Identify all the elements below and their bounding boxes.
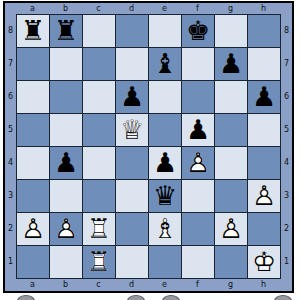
rank-label-5: 5 bbox=[281, 113, 292, 146]
square-h3[interactable]: ♟♙ bbox=[248, 180, 280, 212]
white-rook-outline: ♖ bbox=[83, 213, 115, 245]
square-f7[interactable] bbox=[182, 48, 214, 80]
square-b1[interactable] bbox=[50, 246, 82, 278]
rank-label-2: 2 bbox=[281, 212, 292, 245]
rank-label-6: 6 bbox=[5, 80, 16, 113]
white-rook[interactable]: ♜♖ bbox=[83, 246, 115, 278]
square-d4[interactable] bbox=[116, 147, 148, 179]
square-h6[interactable]: ♟ bbox=[248, 81, 280, 113]
square-a6[interactable] bbox=[17, 81, 49, 113]
file-label-g: g bbox=[214, 3, 247, 14]
square-g8[interactable] bbox=[215, 15, 247, 47]
file-label-a: a bbox=[16, 279, 49, 291]
file-label-c: c bbox=[82, 3, 115, 14]
file-label-d: d bbox=[115, 279, 148, 291]
square-b7[interactable] bbox=[50, 48, 82, 80]
chess-app-page: abcdefgh 87654321 ♜♜♚♝♟♟♟♛♕♟♟♟♟♙♛♟♙♟♙♟♙♜… bbox=[0, 0, 300, 300]
white-king-outline: ♔ bbox=[248, 246, 280, 278]
rank-label-3: 3 bbox=[5, 179, 16, 212]
rank-label-6: 6 bbox=[281, 80, 292, 113]
frame-corner bbox=[280, 279, 291, 291]
square-e1[interactable] bbox=[149, 246, 181, 278]
square-a4[interactable] bbox=[17, 147, 49, 179]
square-e8[interactable] bbox=[149, 15, 181, 47]
square-a7[interactable] bbox=[17, 48, 49, 80]
square-d7[interactable] bbox=[116, 48, 148, 80]
tray-oval-3 bbox=[162, 295, 180, 300]
file-label-e: e bbox=[148, 279, 181, 291]
file-label-e: e bbox=[148, 3, 181, 14]
file-label-b: b bbox=[49, 3, 82, 14]
white-pawn-outline: ♙ bbox=[182, 147, 214, 179]
rank-label-7: 7 bbox=[5, 47, 16, 80]
file-labels-top: abcdefgh bbox=[5, 3, 292, 14]
file-label-f: f bbox=[181, 279, 214, 291]
square-b4[interactable]: ♟ bbox=[50, 147, 82, 179]
square-g4[interactable] bbox=[215, 147, 247, 179]
square-e3[interactable]: ♛ bbox=[149, 180, 181, 212]
square-h8[interactable] bbox=[248, 15, 280, 47]
black-rook[interactable]: ♜ bbox=[17, 15, 49, 47]
square-c4[interactable] bbox=[83, 147, 115, 179]
square-g7[interactable]: ♟ bbox=[215, 48, 247, 80]
square-c6[interactable] bbox=[83, 81, 115, 113]
file-label-g: g bbox=[214, 279, 247, 291]
square-h4[interactable] bbox=[248, 147, 280, 179]
white-rook-outline: ♖ bbox=[83, 246, 115, 278]
frame-corner bbox=[5, 3, 16, 14]
rank-label-4: 4 bbox=[5, 146, 16, 179]
white-bishop-outline: ♗ bbox=[149, 213, 181, 245]
black-pawn[interactable]: ♟ bbox=[50, 147, 82, 179]
white-pawn-outline: ♙ bbox=[50, 213, 82, 245]
square-d2[interactable] bbox=[116, 213, 148, 245]
square-f8[interactable]: ♚ bbox=[182, 15, 214, 47]
square-h5[interactable] bbox=[248, 114, 280, 146]
square-h1[interactable]: ♚♔ bbox=[248, 246, 280, 278]
chess-board-frame: abcdefgh 87654321 ♜♜♚♝♟♟♟♛♕♟♟♟♟♙♛♟♙♟♙♟♙♜… bbox=[3, 1, 294, 293]
white-pawn-outline: ♙ bbox=[215, 213, 247, 245]
black-bishop-glyph: ♝ bbox=[149, 48, 181, 80]
board-grid: ♜♜♚♝♟♟♟♛♕♟♟♟♟♙♛♟♙♟♙♟♙♜♖♝♗♟♙♜♖♚♔ bbox=[16, 14, 281, 279]
white-pawn[interactable]: ♟♙ bbox=[50, 213, 82, 245]
file-label-b: b bbox=[49, 279, 82, 291]
square-h7[interactable] bbox=[248, 48, 280, 80]
square-c7[interactable] bbox=[83, 48, 115, 80]
square-b3[interactable] bbox=[50, 180, 82, 212]
square-d1[interactable] bbox=[116, 246, 148, 278]
black-king[interactable]: ♚ bbox=[182, 15, 214, 47]
white-pawn[interactable]: ♟♙ bbox=[215, 213, 247, 245]
square-c2[interactable]: ♜♖ bbox=[83, 213, 115, 245]
square-f4[interactable]: ♟♙ bbox=[182, 147, 214, 179]
square-g5[interactable] bbox=[215, 114, 247, 146]
square-a5[interactable] bbox=[17, 114, 49, 146]
white-pawn-outline: ♙ bbox=[17, 213, 49, 245]
square-g3[interactable] bbox=[215, 180, 247, 212]
frame-corner bbox=[5, 279, 16, 291]
square-h2[interactable] bbox=[248, 213, 280, 245]
rank-label-8: 8 bbox=[281, 14, 292, 47]
square-b2[interactable]: ♟♙ bbox=[50, 213, 82, 245]
square-g6[interactable] bbox=[215, 81, 247, 113]
square-a2[interactable]: ♟♙ bbox=[17, 213, 49, 245]
black-pawn-glyph: ♟ bbox=[116, 81, 148, 113]
black-rook[interactable]: ♜ bbox=[50, 15, 82, 47]
file-labels-bottom: abcdefgh bbox=[5, 279, 292, 291]
black-pawn[interactable]: ♟ bbox=[116, 81, 148, 113]
white-pawn[interactable]: ♟♙ bbox=[17, 213, 49, 245]
file-label-c: c bbox=[82, 279, 115, 291]
white-rook[interactable]: ♜♖ bbox=[83, 213, 115, 245]
square-d3[interactable] bbox=[116, 180, 148, 212]
black-pawn-glyph: ♟ bbox=[149, 147, 181, 179]
square-d6[interactable]: ♟ bbox=[116, 81, 148, 113]
black-pawn-glyph: ♟ bbox=[215, 48, 247, 80]
black-king-glyph: ♚ bbox=[182, 15, 214, 47]
file-label-h: h bbox=[247, 3, 280, 14]
square-b6[interactable] bbox=[50, 81, 82, 113]
square-f2[interactable] bbox=[182, 213, 214, 245]
file-label-a: a bbox=[16, 3, 49, 14]
rank-labels-left: 87654321 bbox=[5, 14, 16, 279]
black-queen[interactable]: ♛ bbox=[149, 180, 181, 212]
square-e5[interactable] bbox=[149, 114, 181, 146]
square-c5[interactable] bbox=[83, 114, 115, 146]
square-a3[interactable] bbox=[17, 180, 49, 212]
square-a1[interactable] bbox=[17, 246, 49, 278]
square-c1[interactable]: ♜♖ bbox=[83, 246, 115, 278]
black-rook-glyph: ♜ bbox=[50, 15, 82, 47]
white-king[interactable]: ♚♔ bbox=[248, 246, 280, 278]
tray-oval-4 bbox=[274, 295, 292, 300]
square-d5[interactable]: ♛♕ bbox=[116, 114, 148, 146]
rank-label-8: 8 bbox=[5, 14, 16, 47]
square-g1[interactable] bbox=[215, 246, 247, 278]
rank-labels-right: 87654321 bbox=[281, 14, 292, 279]
white-pawn[interactable]: ♟♙ bbox=[182, 147, 214, 179]
black-pawn[interactable]: ♟ bbox=[149, 147, 181, 179]
file-label-h: h bbox=[247, 279, 280, 291]
square-a8[interactable]: ♜ bbox=[17, 15, 49, 47]
rank-label-5: 5 bbox=[5, 113, 16, 146]
square-f1[interactable] bbox=[182, 246, 214, 278]
square-f6[interactable] bbox=[182, 81, 214, 113]
white-queen-outline: ♕ bbox=[116, 114, 148, 146]
white-pawn[interactable]: ♟♙ bbox=[248, 180, 280, 212]
black-rook-glyph: ♜ bbox=[17, 15, 49, 47]
rank-label-1: 1 bbox=[281, 245, 292, 278]
file-label-d: d bbox=[115, 3, 148, 14]
square-c3[interactable] bbox=[83, 180, 115, 212]
black-pawn-glyph: ♟ bbox=[248, 81, 280, 113]
square-e6[interactable] bbox=[149, 81, 181, 113]
tray-oval-2 bbox=[127, 295, 145, 300]
rank-label-4: 4 bbox=[281, 146, 292, 179]
black-pawn-glyph: ♟ bbox=[50, 147, 82, 179]
square-e4[interactable]: ♟ bbox=[149, 147, 181, 179]
square-e2[interactable]: ♝♗ bbox=[149, 213, 181, 245]
rank-label-7: 7 bbox=[281, 47, 292, 80]
square-b5[interactable] bbox=[50, 114, 82, 146]
square-f5[interactable]: ♟ bbox=[182, 114, 214, 146]
square-c8[interactable] bbox=[83, 15, 115, 47]
black-queen-glyph: ♛ bbox=[149, 180, 181, 212]
black-bishop[interactable]: ♝ bbox=[149, 48, 181, 80]
black-pawn-glyph: ♟ bbox=[182, 114, 214, 146]
white-bishop[interactable]: ♝♗ bbox=[149, 213, 181, 245]
rank-label-1: 1 bbox=[5, 245, 16, 278]
black-pawn[interactable]: ♟ bbox=[215, 48, 247, 80]
square-d8[interactable] bbox=[116, 15, 148, 47]
white-queen[interactable]: ♛♕ bbox=[116, 114, 148, 146]
black-pawn[interactable]: ♟ bbox=[248, 81, 280, 113]
frame-corner bbox=[280, 3, 291, 14]
square-f3[interactable] bbox=[182, 180, 214, 212]
white-pawn-outline: ♙ bbox=[248, 180, 280, 212]
black-pawn[interactable]: ♟ bbox=[182, 114, 214, 146]
rank-label-3: 3 bbox=[281, 179, 292, 212]
file-label-f: f bbox=[181, 3, 214, 14]
square-e7[interactable]: ♝ bbox=[149, 48, 181, 80]
rank-label-2: 2 bbox=[5, 212, 16, 245]
tray-oval-1 bbox=[17, 295, 35, 300]
square-b8[interactable]: ♜ bbox=[50, 15, 82, 47]
square-g2[interactable]: ♟♙ bbox=[215, 213, 247, 245]
